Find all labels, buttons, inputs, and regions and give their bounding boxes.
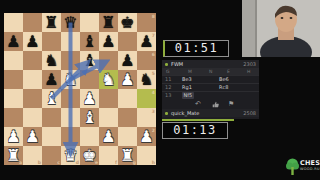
square-h2[interactable]: ♟2 <box>137 127 156 146</box>
white-move[interactable]: Rg1 <box>182 84 192 91</box>
move-table-column-H: H <box>247 68 250 75</box>
black-pawn[interactable]: ♟ <box>23 32 42 51</box>
white-bishop[interactable]: ♝ <box>80 108 99 127</box>
white-rook[interactable]: ♜ <box>118 146 137 165</box>
move-row-12: 12Rg1Rc8 <box>162 83 259 91</box>
top-player-row: FWM 2303 <box>162 60 259 68</box>
square-e8[interactable] <box>80 13 99 32</box>
square-d2[interactable] <box>61 127 80 146</box>
square-h1[interactable]: h <box>137 146 156 165</box>
square-b1[interactable]: b <box>23 146 42 165</box>
rank-label-3: 3 <box>152 109 155 114</box>
square-b5[interactable] <box>23 70 42 89</box>
square-d4[interactable] <box>61 89 80 108</box>
square-a6[interactable] <box>4 51 23 70</box>
square-e4[interactable]: ♟ <box>80 89 99 108</box>
black-rook[interactable]: ♜ <box>99 13 118 32</box>
white-pawn[interactable]: ♟ <box>80 89 99 108</box>
move-number: 11 <box>165 76 171 83</box>
square-h4[interactable]: 4 <box>137 89 156 108</box>
white-knight[interactable]: ♞ <box>61 70 80 89</box>
white-rook[interactable]: ♜ <box>4 146 23 165</box>
square-g4[interactable] <box>118 89 137 108</box>
white-king[interactable]: ♚ <box>80 146 99 165</box>
active-player-indicator <box>162 119 234 121</box>
square-a1[interactable]: ♜a <box>4 146 23 165</box>
black-knight[interactable]: ♞ <box>42 51 61 70</box>
white-bishop[interactable]: ♝ <box>42 89 61 108</box>
square-f6[interactable] <box>99 51 118 70</box>
black-king[interactable]: ♚ <box>118 13 137 32</box>
bottom-player-name: quick_Mate <box>171 109 199 117</box>
bottom-player-row: quick_Mate 2508 <box>162 109 259 117</box>
square-e2[interactable] <box>80 127 99 146</box>
square-b3[interactable] <box>23 108 42 127</box>
online-status-icon <box>165 112 168 115</box>
square-g7[interactable] <box>118 32 137 51</box>
square-b7[interactable]: ♟ <box>23 32 42 51</box>
bottom-player-rating: 2508 <box>243 109 256 117</box>
top-player-rating: 2303 <box>243 60 256 68</box>
black-rook[interactable]: ♜ <box>42 13 61 32</box>
square-f1[interactable]: f <box>99 146 118 165</box>
square-d6[interactable] <box>61 51 80 70</box>
black-bishop[interactable]: ♝ <box>80 51 99 70</box>
logo-subtitle: WOOD.RU <box>300 167 320 171</box>
square-f8[interactable]: ♜ <box>99 13 118 32</box>
white-pawn[interactable]: ♟ <box>99 127 118 146</box>
square-c2[interactable] <box>42 127 61 146</box>
like-icon[interactable] <box>212 100 219 109</box>
bottom-player-clock: 01:13 <box>162 122 228 139</box>
square-b8[interactable] <box>23 13 42 32</box>
move-table-column-G: G <box>166 68 170 75</box>
game-actions: ↶⚑ <box>162 99 259 109</box>
square-c3[interactable] <box>42 108 61 127</box>
white-pawn[interactable]: ♟ <box>137 127 156 146</box>
file-label-f: f <box>115 160 117 165</box>
square-f5[interactable]: ♞ <box>99 70 118 89</box>
square-c6[interactable]: ♞ <box>42 51 61 70</box>
square-b4[interactable] <box>23 89 42 108</box>
chess-board[interactable]: ♜♛♜♚8♟♟♝♟♟7♞♝♟6♟♞♞♟♞5♝♟4♝3♟♟♟♟2♜abc♛d♚ef… <box>4 13 156 165</box>
square-d5[interactable]: ♞ <box>61 70 80 89</box>
square-h3[interactable]: 3 <box>137 108 156 127</box>
rank-label-2: 2 <box>152 128 155 133</box>
square-a5[interactable] <box>4 70 23 89</box>
file-label-c: c <box>57 160 60 165</box>
square-h5[interactable]: ♞5 <box>137 70 156 89</box>
move-number: 12 <box>165 84 171 91</box>
square-g5[interactable]: ♟ <box>118 70 137 89</box>
file-label-h: h <box>152 160 155 165</box>
stream-frame: ♜♛♜♚8♟♟♝♟♟7♞♝♟6♟♞♞♟♞5♝♟4♝3♟♟♟♟2♜abc♛d♚ef… <box>0 0 320 180</box>
white-pawn[interactable]: ♟ <box>118 70 137 89</box>
square-g2[interactable] <box>118 127 137 146</box>
square-g6[interactable]: ♟ <box>118 51 137 70</box>
top-player-name: FWM <box>171 60 183 68</box>
square-f7[interactable]: ♟ <box>99 32 118 51</box>
square-c7[interactable] <box>42 32 61 51</box>
square-e5[interactable] <box>80 70 99 89</box>
square-e7[interactable]: ♝ <box>80 32 99 51</box>
square-e1[interactable]: ♚e <box>80 146 99 165</box>
square-e6[interactable]: ♝ <box>80 51 99 70</box>
rank-label-8: 8 <box>152 14 155 19</box>
file-label-b: b <box>38 160 41 165</box>
square-g3[interactable] <box>118 108 137 127</box>
move-table-column-E: E <box>227 68 230 75</box>
black-move[interactable]: Be6 <box>219 76 229 83</box>
move-table-header: GMNEH <box>162 68 259 75</box>
rank-label-7: 7 <box>152 33 155 38</box>
online-status-icon <box>165 63 168 66</box>
square-d1[interactable]: ♛d <box>61 146 80 165</box>
file-label-d: d <box>76 160 79 165</box>
square-c5[interactable]: ♟ <box>42 70 61 89</box>
black-pawn[interactable]: ♟ <box>42 70 61 89</box>
flag-icon[interactable]: ⚑ <box>228 100 234 109</box>
white-pawn[interactable]: ♟ <box>23 127 42 146</box>
square-d7[interactable] <box>61 32 80 51</box>
rank-label-4: 4 <box>152 90 155 95</box>
square-g8[interactable]: ♚ <box>118 13 137 32</box>
square-a7[interactable]: ♟ <box>4 32 23 51</box>
black-pawn[interactable]: ♟ <box>137 32 156 51</box>
takeback-icon[interactable]: ↶ <box>195 100 201 109</box>
tree-icon <box>286 158 299 176</box>
logo-title: CHESS <box>300 159 320 167</box>
square-g1[interactable]: ♜g <box>118 146 137 165</box>
white-move[interactable]: Nf5 <box>182 92 194 99</box>
square-f2[interactable]: ♟ <box>99 127 118 146</box>
square-b2[interactable]: ♟ <box>23 127 42 146</box>
streamer-webcam <box>242 0 320 57</box>
square-d8[interactable]: ♛ <box>61 13 80 32</box>
move-list-panel: FWM 2303 GMNEH 11Be3Be612Rg1Rc813Nf5 ↶⚑ … <box>162 60 259 119</box>
square-c4[interactable]: ♝ <box>42 89 61 108</box>
move-number: 13 <box>165 92 171 99</box>
square-a4[interactable] <box>4 89 23 108</box>
streamer-silhouette <box>242 0 320 57</box>
black-queen[interactable]: ♛ <box>61 13 80 32</box>
black-knight[interactable]: ♞ <box>137 70 156 89</box>
square-c1[interactable]: c <box>42 146 61 165</box>
white-move[interactable]: Be3 <box>182 76 192 83</box>
square-a8[interactable] <box>4 13 23 32</box>
square-a3[interactable] <box>4 108 23 127</box>
square-h6[interactable]: 6 <box>137 51 156 70</box>
move-table-column-M: M <box>188 68 192 75</box>
white-queen[interactable]: ♛ <box>61 146 80 165</box>
file-label-g: g <box>133 160 136 165</box>
square-f3[interactable] <box>99 108 118 127</box>
top-player-clock: 01:51 <box>163 40 229 57</box>
square-e3[interactable]: ♝ <box>80 108 99 127</box>
square-f4[interactable] <box>99 89 118 108</box>
file-label-e: e <box>95 160 98 165</box>
rank-label-5: 5 <box>152 71 155 76</box>
black-pawn[interactable]: ♟ <box>99 32 118 51</box>
move-table-column-N: N <box>209 68 212 75</box>
black-pawn[interactable]: ♟ <box>118 51 137 70</box>
square-d3[interactable] <box>61 108 80 127</box>
move-row-11: 11Be3Be6 <box>162 75 259 83</box>
black-bishop[interactable]: ♝ <box>80 32 99 51</box>
square-c8[interactable]: ♜ <box>42 13 61 32</box>
square-a2[interactable]: ♟ <box>4 127 23 146</box>
square-h7[interactable]: ♟7 <box>137 32 156 51</box>
square-h8[interactable]: 8 <box>137 13 156 32</box>
file-label-a: a <box>19 160 22 165</box>
white-knight[interactable]: ♞ <box>99 70 118 89</box>
move-row-13: 13Nf5 <box>162 91 259 99</box>
square-b6[interactable] <box>23 51 42 70</box>
white-pawn[interactable]: ♟ <box>4 127 23 146</box>
black-move[interactable]: Rc8 <box>219 84 228 91</box>
rank-label-6: 6 <box>152 52 155 57</box>
chesswood-logo: CHESS WOOD.RU <box>286 158 320 178</box>
black-pawn[interactable]: ♟ <box>4 32 23 51</box>
